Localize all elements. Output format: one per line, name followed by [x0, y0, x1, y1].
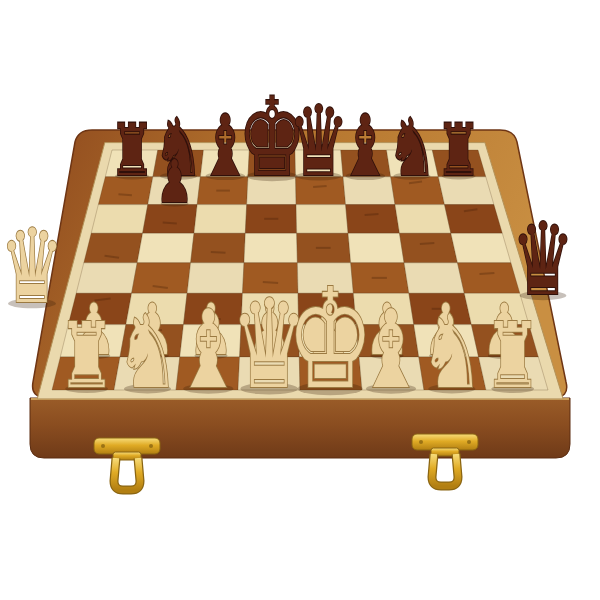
piece-white-knight-b1[interactable]: ♞	[116, 293, 180, 411]
square-h5[interactable]	[451, 233, 511, 262]
piece-black-rook-h8[interactable]: ♜	[436, 108, 481, 192]
latch-screw	[467, 440, 471, 444]
brass-latch-left	[94, 438, 160, 490]
piece-black-bishop-f8[interactable]: ♝	[339, 96, 392, 194]
chess-scene: ♜♞♝♚♛♝♞♜♟♛♛♟♟♟♟♟♟♟♟♜♞♝♛♚♝♞♜	[0, 0, 600, 600]
piece-black-rook-a8[interactable]: ♜	[109, 108, 154, 192]
square-f6[interactable]	[346, 205, 400, 234]
square-a6[interactable]	[91, 205, 148, 234]
brass-latch-right	[412, 434, 478, 486]
wood-grain-streak	[365, 214, 379, 215]
latch-screw	[101, 444, 105, 448]
square-c5[interactable]	[191, 233, 246, 262]
wood-grain-streak	[211, 252, 226, 253]
piece-white-bishop-f1[interactable]: ♝	[357, 288, 425, 413]
piece-white-rook-a1[interactable]: ♜	[58, 303, 115, 409]
wood-grain-streak	[119, 194, 132, 195]
square-a5[interactable]	[84, 233, 143, 262]
wood-grain-streak	[163, 223, 177, 224]
piece-black-pawn-b7[interactable]: ♟	[156, 148, 193, 216]
square-g6[interactable]	[395, 205, 451, 234]
wood-grain-streak	[480, 273, 495, 274]
product-photo-chess-set: ♜♞♝♚♛♝♞♜♟♛♛♟♟♟♟♟♟♟♟♜♞♝♛♚♝♞♜	[0, 0, 600, 600]
piece-white-queen-offboard-left[interactable]: ♛	[0, 207, 64, 326]
square-g5[interactable]	[400, 233, 458, 262]
latch-screw	[149, 444, 153, 448]
latch-screw	[419, 440, 423, 444]
square-e6[interactable]	[296, 205, 348, 234]
piece-white-rook-h1[interactable]: ♜	[484, 303, 541, 409]
piece-black-knight-g8[interactable]: ♞	[387, 101, 437, 194]
square-b5[interactable]	[137, 233, 194, 262]
piece-white-knight-g1[interactable]: ♞	[420, 293, 484, 411]
square-c6[interactable]	[194, 205, 247, 234]
wood-grain-streak	[420, 243, 434, 244]
